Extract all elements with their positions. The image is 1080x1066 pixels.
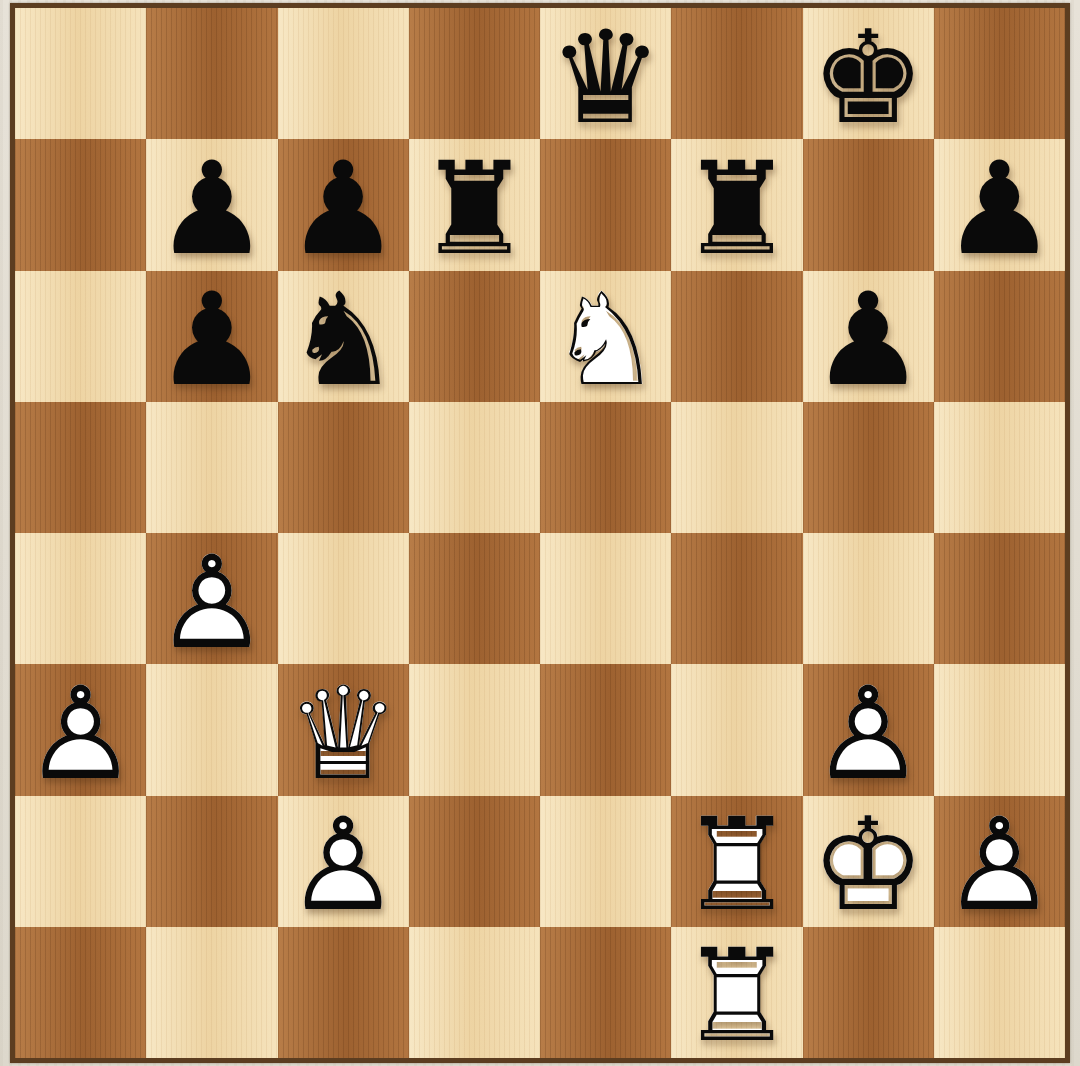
square-f3[interactable] <box>671 664 802 795</box>
square-a2[interactable] <box>15 796 146 927</box>
square-c7[interactable]: ♟ <box>278 139 409 270</box>
square-f8[interactable] <box>671 8 802 139</box>
square-c1[interactable] <box>278 927 409 1058</box>
square-h3[interactable] <box>934 664 1065 795</box>
white-pawn[interactable]: ♟♙ <box>15 664 146 795</box>
pawn-solid-glyph: ♟ <box>942 145 1057 273</box>
square-b4[interactable]: ♟♙ <box>146 533 277 664</box>
square-h6[interactable] <box>934 271 1065 402</box>
white-rook[interactable]: ♜♖ <box>671 927 802 1058</box>
square-f6[interactable] <box>671 271 802 402</box>
square-g5[interactable] <box>803 402 934 533</box>
square-e3[interactable] <box>540 664 671 795</box>
square-d1[interactable] <box>409 927 540 1058</box>
black-rook[interactable]: ♜ <box>671 139 802 270</box>
queen-solid-glyph: ♛ <box>548 13 663 141</box>
square-a6[interactable] <box>15 271 146 402</box>
square-a4[interactable] <box>15 533 146 664</box>
white-pawn[interactable]: ♟♙ <box>278 796 409 927</box>
black-pawn[interactable]: ♟ <box>934 139 1065 270</box>
square-h8[interactable] <box>934 8 1065 139</box>
white-king[interactable]: ♚♔ <box>803 796 934 927</box>
black-pawn[interactable]: ♟ <box>803 271 934 402</box>
square-h5[interactable] <box>934 402 1065 533</box>
square-b6[interactable]: ♟ <box>146 271 277 402</box>
knight-outline-glyph: ♘ <box>548 276 663 404</box>
square-e5[interactable] <box>540 402 671 533</box>
square-b2[interactable] <box>146 796 277 927</box>
black-pawn[interactable]: ♟ <box>146 139 277 270</box>
knight-solid-glyph: ♞ <box>286 276 401 404</box>
square-c5[interactable] <box>278 402 409 533</box>
square-f2[interactable]: ♜♖ <box>671 796 802 927</box>
square-a8[interactable] <box>15 8 146 139</box>
square-c6[interactable]: ♞ <box>278 271 409 402</box>
square-b3[interactable] <box>146 664 277 795</box>
pawn-outline-glyph: ♙ <box>811 670 926 798</box>
square-d6[interactable] <box>409 271 540 402</box>
square-a3[interactable]: ♟♙ <box>15 664 146 795</box>
black-rook[interactable]: ♜ <box>409 139 540 270</box>
white-queen[interactable]: ♛♕ <box>278 664 409 795</box>
square-e2[interactable] <box>540 796 671 927</box>
white-pawn[interactable]: ♟♙ <box>803 664 934 795</box>
black-pawn[interactable]: ♟ <box>146 271 277 402</box>
square-d7[interactable]: ♜ <box>409 139 540 270</box>
pawn-solid-glyph: ♟ <box>155 276 270 404</box>
square-h2[interactable]: ♟♙ <box>934 796 1065 927</box>
square-b5[interactable] <box>146 402 277 533</box>
square-b7[interactable]: ♟ <box>146 139 277 270</box>
square-c8[interactable] <box>278 8 409 139</box>
square-g1[interactable] <box>803 927 934 1058</box>
square-d8[interactable] <box>409 8 540 139</box>
square-e4[interactable] <box>540 533 671 664</box>
square-g3[interactable]: ♟♙ <box>803 664 934 795</box>
square-e6[interactable]: ♞♘ <box>540 271 671 402</box>
pawn-solid-glyph: ♟ <box>286 145 401 273</box>
square-e8[interactable]: ♛ <box>540 8 671 139</box>
pawn-outline-glyph: ♙ <box>155 538 270 666</box>
square-f7[interactable]: ♜ <box>671 139 802 270</box>
black-pawn[interactable]: ♟ <box>278 139 409 270</box>
square-g7[interactable] <box>803 139 934 270</box>
square-d5[interactable] <box>409 402 540 533</box>
king-solid-glyph: ♚ <box>811 13 926 141</box>
square-a1[interactable] <box>15 927 146 1058</box>
black-knight[interactable]: ♞ <box>278 271 409 402</box>
square-b1[interactable] <box>146 927 277 1058</box>
rook-solid-glyph: ♜ <box>680 145 795 273</box>
square-e1[interactable] <box>540 927 671 1058</box>
queen-outline-glyph: ♕ <box>286 670 401 798</box>
square-g6[interactable]: ♟ <box>803 271 934 402</box>
square-g4[interactable] <box>803 533 934 664</box>
pawn-solid-glyph: ♟ <box>155 145 270 273</box>
square-c3[interactable]: ♛♕ <box>278 664 409 795</box>
black-queen[interactable]: ♛ <box>540 8 671 139</box>
white-rook[interactable]: ♜♖ <box>671 796 802 927</box>
square-d4[interactable] <box>409 533 540 664</box>
pawn-outline-glyph: ♙ <box>286 801 401 929</box>
square-c4[interactable] <box>278 533 409 664</box>
rook-outline-glyph: ♖ <box>680 932 795 1060</box>
page-background: ♛♚♟♟♜♜♟♟♞♞♘♟♟♙♟♙♛♕♟♙♟♙♜♖♚♔♟♙♜♖ <box>0 0 1080 1066</box>
pawn-solid-glyph: ♟ <box>811 276 926 404</box>
square-g2[interactable]: ♚♔ <box>803 796 934 927</box>
rook-solid-glyph: ♜ <box>417 145 532 273</box>
pawn-outline-glyph: ♙ <box>942 801 1057 929</box>
square-f4[interactable] <box>671 533 802 664</box>
square-a7[interactable] <box>15 139 146 270</box>
square-g8[interactable]: ♚ <box>803 8 934 139</box>
square-c2[interactable]: ♟♙ <box>278 796 409 927</box>
rook-outline-glyph: ♖ <box>680 801 795 929</box>
white-pawn[interactable]: ♟♙ <box>146 533 277 664</box>
square-f5[interactable] <box>671 402 802 533</box>
square-b8[interactable] <box>146 8 277 139</box>
square-e7[interactable] <box>540 139 671 270</box>
square-f1[interactable]: ♜♖ <box>671 927 802 1058</box>
square-a5[interactable] <box>15 402 146 533</box>
chess-board: ♛♚♟♟♜♜♟♟♞♞♘♟♟♙♟♙♛♕♟♙♟♙♜♖♚♔♟♙♜♖ <box>15 8 1065 1058</box>
pawn-outline-glyph: ♙ <box>23 670 138 798</box>
square-h7[interactable]: ♟ <box>934 139 1065 270</box>
square-d2[interactable] <box>409 796 540 927</box>
white-pawn[interactable]: ♟♙ <box>934 796 1065 927</box>
king-outline-glyph: ♔ <box>811 801 926 929</box>
square-h1[interactable] <box>934 927 1065 1058</box>
black-king[interactable]: ♚ <box>803 8 934 139</box>
board-frame: ♛♚♟♟♜♜♟♟♞♞♘♟♟♙♟♙♛♕♟♙♟♙♜♖♚♔♟♙♜♖ <box>10 3 1070 1063</box>
white-knight[interactable]: ♞♘ <box>540 271 671 402</box>
square-h4[interactable] <box>934 533 1065 664</box>
square-d3[interactable] <box>409 664 540 795</box>
